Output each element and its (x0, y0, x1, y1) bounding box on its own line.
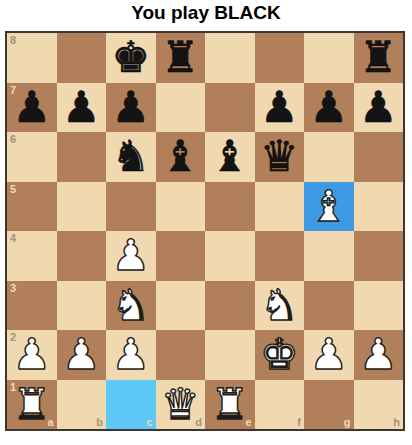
square-g8[interactable] (304, 33, 354, 83)
white-pawn[interactable]: ♟ (309, 330, 348, 380)
square-e3[interactable] (205, 281, 255, 331)
square-e8[interactable] (205, 33, 255, 83)
black-pawn[interactable]: ♟ (12, 83, 51, 133)
square-b3[interactable] (57, 281, 107, 331)
black-pawn[interactable]: ♟ (260, 83, 299, 133)
square-d8[interactable]: ♜ (156, 33, 206, 83)
rank-label-5: 5 (10, 183, 16, 195)
square-b6[interactable] (57, 132, 107, 182)
square-d6[interactable]: ♝ (156, 132, 206, 182)
file-label-c: c (146, 416, 152, 428)
square-a2[interactable]: 2♟ (7, 330, 57, 380)
square-h7[interactable]: ♟ (354, 83, 404, 133)
square-d2[interactable] (156, 330, 206, 380)
square-f7[interactable]: ♟ (255, 83, 305, 133)
square-h2[interactable]: ♟ (354, 330, 404, 380)
square-f4[interactable] (255, 231, 305, 281)
black-bishop[interactable]: ♝ (161, 132, 200, 182)
white-pawn[interactable]: ♟ (12, 330, 51, 380)
white-bishop[interactable]: ♝ (309, 182, 348, 232)
black-knight[interactable]: ♞ (111, 132, 150, 182)
black-pawn[interactable]: ♟ (62, 83, 101, 133)
file-label-a: a (47, 416, 53, 428)
square-h8[interactable]: ♜ (354, 33, 404, 83)
square-b8[interactable] (57, 33, 107, 83)
square-g7[interactable]: ♟ (304, 83, 354, 133)
square-h1[interactable]: h (354, 380, 404, 430)
black-pawn[interactable]: ♟ (111, 83, 150, 133)
square-d4[interactable] (156, 231, 206, 281)
white-queen[interactable]: ♛ (161, 380, 200, 430)
black-pawn[interactable]: ♟ (309, 83, 348, 133)
square-g6[interactable] (304, 132, 354, 182)
square-a6[interactable]: 6 (7, 132, 57, 182)
file-label-b: b (96, 416, 103, 428)
square-f2[interactable]: ♚ (255, 330, 305, 380)
white-pawn[interactable]: ♟ (62, 330, 101, 380)
white-pawn[interactable]: ♟ (111, 231, 150, 281)
file-label-h: h (393, 416, 400, 428)
square-h3[interactable] (354, 281, 404, 331)
square-f3[interactable]: ♞ (255, 281, 305, 331)
square-e5[interactable] (205, 182, 255, 232)
square-d7[interactable] (156, 83, 206, 133)
white-pawn[interactable]: ♟ (359, 330, 398, 380)
square-g1[interactable]: g (304, 380, 354, 430)
white-rook[interactable]: ♜ (12, 380, 51, 430)
square-d1[interactable]: d♛ (156, 380, 206, 430)
square-b1[interactable]: b (57, 380, 107, 430)
file-label-e: e (245, 416, 251, 428)
black-rook[interactable]: ♜ (161, 33, 200, 83)
square-c8[interactable]: ♚ (106, 33, 156, 83)
chess-board: 8♚♜♜7♟♟♟♟♟♟6♞♝♝♛5♝4♟3♞♞2♟♟♟♚♟♟1a♜bcd♛e♜f… (5, 31, 405, 431)
rank-label-6: 6 (10, 133, 16, 145)
file-label-g: g (344, 416, 351, 428)
square-e2[interactable] (205, 330, 255, 380)
square-c7[interactable]: ♟ (106, 83, 156, 133)
square-c1[interactable]: c (106, 380, 156, 430)
black-king[interactable]: ♚ (111, 33, 150, 83)
black-bishop[interactable]: ♝ (210, 132, 249, 182)
black-queen[interactable]: ♛ (260, 132, 299, 182)
square-a8[interactable]: 8 (7, 33, 57, 83)
square-c2[interactable]: ♟ (106, 330, 156, 380)
square-g2[interactable]: ♟ (304, 330, 354, 380)
white-rook[interactable]: ♜ (210, 380, 249, 430)
rank-label-8: 8 (10, 34, 16, 46)
square-f8[interactable] (255, 33, 305, 83)
black-pawn[interactable]: ♟ (359, 83, 398, 133)
square-g5[interactable]: ♝ (304, 182, 354, 232)
rank-label-1: 1 (10, 381, 16, 393)
rank-label-3: 3 (10, 282, 16, 294)
square-e7[interactable] (205, 83, 255, 133)
rank-label-2: 2 (10, 331, 16, 343)
file-label-d: d (195, 416, 202, 428)
page-title: You play BLACK (0, 2, 412, 24)
white-knight[interactable]: ♞ (111, 281, 150, 331)
white-pawn[interactable]: ♟ (111, 330, 150, 380)
square-a4[interactable]: 4 (7, 231, 57, 281)
square-f1[interactable]: f (255, 380, 305, 430)
white-king[interactable]: ♚ (260, 330, 299, 380)
white-knight[interactable]: ♞ (260, 281, 299, 331)
square-c4[interactable]: ♟ (106, 231, 156, 281)
black-rook[interactable]: ♜ (359, 33, 398, 83)
square-d5[interactable] (156, 182, 206, 232)
square-b4[interactable] (57, 231, 107, 281)
square-a5[interactable]: 5 (7, 182, 57, 232)
square-a7[interactable]: 7♟ (7, 83, 57, 133)
square-f6[interactable]: ♛ (255, 132, 305, 182)
file-label-f: f (297, 416, 301, 428)
square-e4[interactable] (205, 231, 255, 281)
square-h5[interactable] (354, 182, 404, 232)
square-f5[interactable] (255, 182, 305, 232)
square-e1[interactable]: e♜ (205, 380, 255, 430)
square-b5[interactable] (57, 182, 107, 232)
square-a1[interactable]: 1a♜ (7, 380, 57, 430)
square-h4[interactable] (354, 231, 404, 281)
square-g3[interactable] (304, 281, 354, 331)
square-h6[interactable] (354, 132, 404, 182)
square-c5[interactable] (106, 182, 156, 232)
square-g4[interactable] (304, 231, 354, 281)
square-a3[interactable]: 3 (7, 281, 57, 331)
square-b2[interactable]: ♟ (57, 330, 107, 380)
rank-label-4: 4 (10, 232, 16, 244)
square-c6[interactable]: ♞ (106, 132, 156, 182)
square-c3[interactable]: ♞ (106, 281, 156, 331)
square-b7[interactable]: ♟ (57, 83, 107, 133)
rank-label-7: 7 (10, 84, 16, 96)
square-d3[interactable] (156, 281, 206, 331)
square-e6[interactable]: ♝ (205, 132, 255, 182)
